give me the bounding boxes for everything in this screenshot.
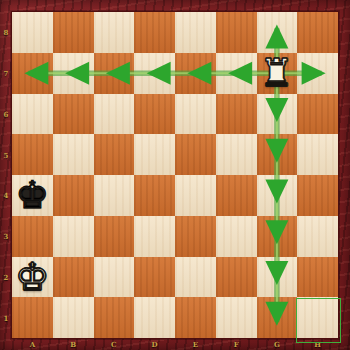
square-b3[interactable] xyxy=(53,216,94,257)
rank-label-7: 7 xyxy=(4,70,9,77)
rank-label-6: 6 xyxy=(4,110,9,117)
square-d5[interactable] xyxy=(134,134,175,175)
square-c3[interactable] xyxy=(94,216,135,257)
rank-label-5: 5 xyxy=(4,151,9,158)
square-h3[interactable] xyxy=(297,216,338,257)
black-king[interactable]: ♚ xyxy=(12,175,53,216)
square-b2[interactable] xyxy=(53,257,94,298)
square-a3[interactable] xyxy=(12,216,53,257)
square-f1[interactable] xyxy=(216,297,257,338)
square-f3[interactable] xyxy=(216,216,257,257)
square-c2[interactable] xyxy=(94,257,135,298)
square-a5[interactable] xyxy=(12,134,53,175)
square-g4[interactable] xyxy=(257,175,298,216)
square-g1[interactable] xyxy=(257,297,298,338)
square-f5[interactable] xyxy=(216,134,257,175)
file-label-c: C xyxy=(111,341,117,348)
square-a2[interactable]: ♚ xyxy=(12,257,53,298)
square-f4[interactable] xyxy=(216,175,257,216)
square-f7[interactable] xyxy=(216,53,257,94)
square-c7[interactable] xyxy=(94,53,135,94)
rank-label-2: 2 xyxy=(4,273,9,280)
square-e3[interactable] xyxy=(175,216,216,257)
square-e7[interactable] xyxy=(175,53,216,94)
square-a7[interactable] xyxy=(12,53,53,94)
file-label-a: A xyxy=(30,341,35,348)
square-d6[interactable] xyxy=(134,94,175,135)
square-g5[interactable] xyxy=(257,134,298,175)
file-label-f: F xyxy=(234,341,239,348)
square-h8[interactable] xyxy=(297,12,338,53)
square-d8[interactable] xyxy=(134,12,175,53)
square-a6[interactable] xyxy=(12,94,53,135)
square-b4[interactable] xyxy=(53,175,94,216)
square-e6[interactable] xyxy=(175,94,216,135)
square-g7[interactable]: ♜ xyxy=(257,53,298,94)
file-label-b: B xyxy=(70,341,76,348)
square-d7[interactable] xyxy=(134,53,175,94)
square-h5[interactable] xyxy=(297,134,338,175)
square-e1[interactable] xyxy=(175,297,216,338)
square-c6[interactable] xyxy=(94,94,135,135)
rank-label-8: 8 xyxy=(4,29,9,36)
square-b5[interactable] xyxy=(53,134,94,175)
square-h1[interactable] xyxy=(297,297,338,338)
square-g2[interactable] xyxy=(257,257,298,298)
square-e4[interactable] xyxy=(175,175,216,216)
square-f2[interactable] xyxy=(216,257,257,298)
square-d1[interactable] xyxy=(134,297,175,338)
square-g8[interactable] xyxy=(257,12,298,53)
square-d3[interactable] xyxy=(134,216,175,257)
square-e8[interactable] xyxy=(175,12,216,53)
file-label-h: H xyxy=(314,341,321,348)
square-b7[interactable] xyxy=(53,53,94,94)
file-label-e: E xyxy=(193,341,198,348)
square-a8[interactable] xyxy=(12,12,53,53)
square-b8[interactable] xyxy=(53,12,94,53)
square-h6[interactable] xyxy=(297,94,338,135)
rank-label-4: 4 xyxy=(4,192,9,199)
chess-board: ♜♚♚ xyxy=(12,12,338,338)
white-king[interactable]: ♚ xyxy=(12,257,53,298)
square-h2[interactable] xyxy=(297,257,338,298)
square-d4[interactable] xyxy=(134,175,175,216)
square-f8[interactable] xyxy=(216,12,257,53)
square-e2[interactable] xyxy=(175,257,216,298)
chess-board-frame: ♜♚♚ 87654321ABCDEFGH xyxy=(0,0,350,350)
square-b6[interactable] xyxy=(53,94,94,135)
rank-label-1: 1 xyxy=(4,314,9,321)
file-label-g: G xyxy=(274,341,280,348)
square-b1[interactable] xyxy=(53,297,94,338)
square-g6[interactable] xyxy=(257,94,298,135)
square-c5[interactable] xyxy=(94,134,135,175)
square-c4[interactable] xyxy=(94,175,135,216)
square-c1[interactable] xyxy=(94,297,135,338)
square-g3[interactable] xyxy=(257,216,298,257)
square-h7[interactable] xyxy=(297,53,338,94)
square-a1[interactable] xyxy=(12,297,53,338)
square-d2[interactable] xyxy=(134,257,175,298)
square-f6[interactable] xyxy=(216,94,257,135)
rank-label-3: 3 xyxy=(4,233,9,240)
file-label-d: D xyxy=(152,341,158,348)
square-a4[interactable]: ♚ xyxy=(12,175,53,216)
square-h4[interactable] xyxy=(297,175,338,216)
square-e5[interactable] xyxy=(175,134,216,175)
white-rook[interactable]: ♜ xyxy=(257,53,298,94)
square-c8[interactable] xyxy=(94,12,135,53)
